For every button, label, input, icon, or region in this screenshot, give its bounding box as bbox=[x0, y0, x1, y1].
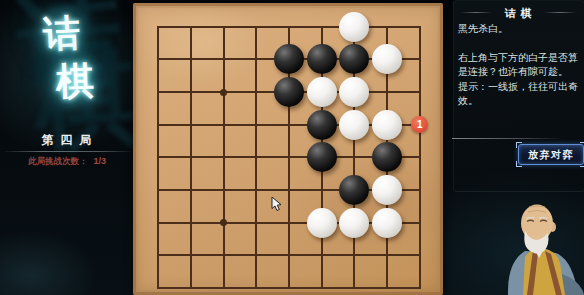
attempts-label: 此局挑战次数： bbox=[28, 156, 88, 168]
puzzle-hint: 提示：一线扳，往往可出奇效。 bbox=[458, 80, 580, 109]
divider bbox=[5, 151, 131, 152]
mouse-cursor bbox=[271, 197, 284, 212]
white-stone bbox=[372, 44, 402, 74]
puzzle-objective: 黑先杀白。 bbox=[458, 22, 580, 37]
white-stone bbox=[307, 208, 337, 238]
black-stone bbox=[307, 142, 337, 172]
grid-line-v bbox=[419, 26, 421, 289]
puzzle-description: 右上角与下方的白子是否算是连接？也许有隙可趁。 bbox=[458, 51, 580, 80]
star-point bbox=[220, 219, 227, 226]
white-stone bbox=[339, 208, 369, 238]
star-point bbox=[220, 89, 227, 96]
go-master-portrait bbox=[492, 196, 584, 295]
white-stone bbox=[372, 110, 402, 140]
black-stone bbox=[372, 142, 402, 172]
go-board[interactable]: 1 bbox=[133, 3, 443, 295]
white-stone bbox=[339, 77, 369, 107]
black-stone bbox=[274, 44, 304, 74]
puzzle-text: 黑先杀白。 右上角与下方的白子是否算是连接？也许有隙可趁。 提示：一线扳，往往可… bbox=[458, 22, 580, 109]
attempts-row: 此局挑战次数： 1/3 bbox=[28, 156, 106, 168]
puzzle-title-calligraphy-top: 诘 bbox=[42, 14, 81, 53]
panel-title: 诘棋 bbox=[452, 6, 584, 21]
black-stone bbox=[274, 77, 304, 107]
round-label: 第四局 bbox=[0, 132, 133, 149]
white-stone bbox=[307, 77, 337, 107]
white-stone bbox=[372, 208, 402, 238]
black-stone bbox=[339, 44, 369, 74]
attempts-value: 1/3 bbox=[93, 156, 106, 168]
corner-ornament bbox=[580, 161, 584, 167]
grid-line-h bbox=[157, 254, 420, 256]
corner-ornament bbox=[516, 161, 522, 167]
corner-ornament bbox=[580, 142, 584, 148]
white-stone bbox=[372, 175, 402, 205]
white-stone bbox=[339, 110, 369, 140]
left-panel: 诘 棋 诘 棋 第四局 此局挑战次数： 1/3 bbox=[0, 0, 133, 295]
corner-ornament bbox=[516, 142, 522, 148]
forfeit-button[interactable]: 放弃对弈 bbox=[518, 144, 584, 165]
game-screen: 诘 棋 诘 棋 第四局 此局挑战次数： 1/3 1 诘棋 黑先杀白。 右上角与下… bbox=[0, 0, 584, 295]
black-stone bbox=[307, 110, 337, 140]
grid-line-h bbox=[157, 287, 420, 289]
move-1-marker: 1 bbox=[411, 116, 428, 133]
black-stone bbox=[307, 44, 337, 74]
white-stone bbox=[339, 12, 369, 42]
black-stone bbox=[339, 175, 369, 205]
divider bbox=[452, 138, 564, 139]
forfeit-button-label: 放弃对弈 bbox=[528, 148, 574, 162]
puzzle-title-calligraphy-bottom: 棋 bbox=[55, 61, 94, 100]
